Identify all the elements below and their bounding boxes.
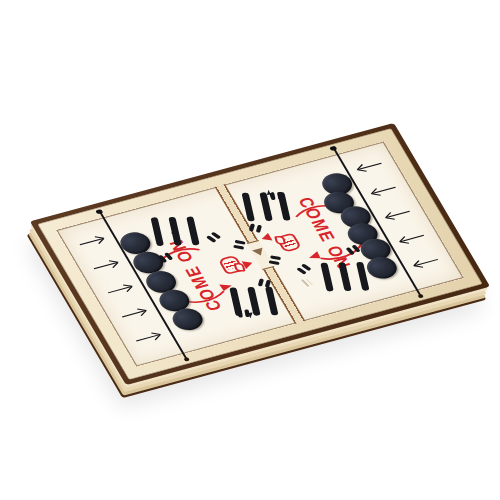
sling-arrow-icon [136,334,160,341]
stripe-bar [247,287,261,316]
maker-stamp [301,279,310,287]
sling-puck-board: COME ON COME ON [30,123,490,385]
sling-arrow-icon [400,235,424,242]
sling-arrow-icon [372,187,396,194]
sling-arrow-icon [358,163,382,170]
knuckle-marks-icon [237,310,243,318]
knuckle-marks-icon [258,278,264,286]
knuckle-marks-icon [233,245,244,250]
sling-arrow-icon [94,262,118,269]
playing-field: COME ON COME ON [56,141,464,366]
product-photo-scene: COME ON COME ON [0,0,500,500]
sling-arrow-icon [414,259,438,266]
sling-arrow-icon [386,211,410,218]
sling-arrow-icon [80,238,104,245]
knuckle-marks-icon [249,223,255,231]
sling-arrow-icon [122,310,146,317]
goal-triangle-right [259,233,272,243]
board-perspective-wrap: COME ON COME ON [30,123,490,385]
wood-frame: COME ON COME ON [37,128,482,380]
sling-arrow-icon [108,286,132,293]
